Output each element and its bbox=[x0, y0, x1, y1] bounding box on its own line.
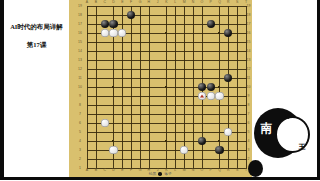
coord-letter-top-Q: Q bbox=[215, 0, 224, 4]
logo-right-character: 王 bbox=[299, 142, 306, 152]
coord-number-left-17: 17 bbox=[76, 22, 84, 26]
board-cells bbox=[83, 2, 251, 173]
coord-letter-bottom-R: R bbox=[224, 168, 233, 172]
go-board[interactable]: 轮黑 落子 AABBCCDDEEFFGGHHJJKKLLMMNNOOPPQQRR… bbox=[69, 0, 252, 177]
coord-letter-top-D: D bbox=[109, 0, 118, 4]
channel-logo: 南 王 bbox=[252, 0, 318, 177]
coord-letter-top-M: M bbox=[180, 0, 189, 4]
coord-number-left-14: 14 bbox=[76, 49, 84, 53]
stone-white-C6[interactable] bbox=[101, 119, 109, 127]
last-move-marker bbox=[200, 95, 204, 98]
coord-letter-bottom-F: F bbox=[127, 168, 136, 172]
coord-letter-top-F: F bbox=[127, 0, 136, 4]
coord-number-left-5: 5 bbox=[76, 130, 84, 134]
stone-white-Q9[interactable] bbox=[215, 92, 223, 100]
stone-white-O9[interactable] bbox=[198, 92, 206, 100]
coord-number-left-16: 16 bbox=[76, 31, 84, 35]
coord-number-left-3: 3 bbox=[76, 148, 84, 152]
coord-letter-top-J: J bbox=[153, 0, 162, 4]
coord-number-left-10: 10 bbox=[76, 85, 84, 89]
coord-letter-bottom-J: J bbox=[153, 168, 162, 172]
star-point-D4 bbox=[112, 140, 114, 142]
coord-letter-bottom-B: B bbox=[91, 168, 100, 172]
coord-number-left-9: 9 bbox=[76, 94, 84, 98]
logo-small-stone bbox=[248, 160, 263, 177]
coord-number-left-19: 19 bbox=[76, 4, 84, 8]
bottom-letterbox-bar bbox=[0, 177, 320, 181]
coord-number-left-4: 4 bbox=[76, 139, 84, 143]
coord-letter-top-B: B bbox=[91, 0, 100, 4]
stone-white-D16[interactable] bbox=[109, 29, 117, 37]
lesson-title: AI时代的布局详解 bbox=[4, 23, 69, 32]
coord-number-left-7: 7 bbox=[76, 112, 84, 116]
star-point-K10 bbox=[165, 86, 167, 88]
coord-letter-top-O: O bbox=[197, 0, 206, 4]
stone-black-F18[interactable] bbox=[127, 11, 135, 19]
stone-white-R5[interactable] bbox=[224, 128, 232, 136]
coord-letter-bottom-Q: Q bbox=[215, 168, 224, 172]
coord-letter-bottom-K: K bbox=[162, 168, 171, 172]
coord-letter-bottom-L: L bbox=[171, 168, 180, 172]
black-to-play-icon bbox=[158, 172, 162, 176]
coord-letter-top-S: S bbox=[233, 0, 242, 4]
coord-letter-bottom-D: D bbox=[109, 168, 118, 172]
coord-letter-top-L: L bbox=[171, 0, 180, 4]
coord-number-left-8: 8 bbox=[76, 103, 84, 107]
stone-black-P10[interactable] bbox=[207, 83, 215, 91]
stone-black-Q3[interactable] bbox=[215, 146, 223, 154]
coord-number-left-15: 15 bbox=[76, 40, 84, 44]
coord-number-left-18: 18 bbox=[76, 13, 84, 17]
coord-letter-bottom-S: S bbox=[233, 168, 242, 172]
coord-letter-top-E: E bbox=[118, 0, 127, 4]
star-point-Q4 bbox=[218, 140, 220, 142]
coord-letter-bottom-O: O bbox=[197, 168, 206, 172]
stone-white-P9[interactable] bbox=[207, 92, 215, 100]
stone-black-D17[interactable] bbox=[109, 20, 117, 28]
lesson-number: 第17课 bbox=[4, 41, 69, 50]
coord-letter-top-C: C bbox=[100, 0, 109, 4]
stone-white-C16[interactable] bbox=[101, 29, 109, 37]
stone-white-M3[interactable] bbox=[180, 146, 188, 154]
turn-caption-right: 落子 bbox=[164, 171, 172, 176]
coord-number-left-11: 11 bbox=[76, 76, 84, 80]
turn-caption-left: 轮黑 bbox=[148, 171, 156, 176]
stone-black-R11[interactable] bbox=[224, 74, 232, 82]
coord-number-left-12: 12 bbox=[76, 67, 84, 71]
coord-letter-bottom-E: E bbox=[118, 168, 127, 172]
coord-letter-bottom-C: C bbox=[100, 168, 109, 172]
coord-number-left-6: 6 bbox=[76, 121, 84, 125]
coord-letter-top-R: R bbox=[224, 0, 233, 4]
stone-black-O10[interactable] bbox=[198, 83, 206, 91]
lesson-panel: AI时代的布局详解 第17课 bbox=[4, 0, 69, 176]
coord-letter-top-G: G bbox=[136, 0, 145, 4]
coord-letter-top-H: H bbox=[144, 0, 153, 4]
coord-letter-bottom-N: N bbox=[189, 168, 198, 172]
star-point-K16 bbox=[165, 32, 167, 34]
stone-black-P17[interactable] bbox=[207, 20, 215, 28]
stone-black-C17[interactable] bbox=[101, 20, 109, 28]
stone-black-R16[interactable] bbox=[224, 29, 232, 37]
logo-left-character: 南 bbox=[259, 120, 275, 137]
coord-letter-bottom-G: G bbox=[136, 168, 145, 172]
coord-letter-top-N: N bbox=[189, 0, 198, 4]
video-frame: AI时代的布局详解 第17课 轮黑 落子 AABBCCDDEEFFGGHHJJK… bbox=[0, 0, 320, 180]
coord-number-left-13: 13 bbox=[76, 58, 84, 62]
coord-letter-top-P: P bbox=[206, 0, 215, 4]
coord-letter-bottom-P: P bbox=[206, 168, 215, 172]
coord-number-left-2: 2 bbox=[76, 157, 84, 161]
star-point-Q10 bbox=[218, 86, 220, 88]
stone-white-D3[interactable] bbox=[109, 146, 117, 154]
coord-letter-bottom-H: H bbox=[144, 168, 153, 172]
star-point-Q16 bbox=[218, 32, 220, 34]
coord-letter-top-K: K bbox=[162, 0, 171, 4]
star-point-D10 bbox=[112, 86, 114, 88]
coord-number-left-1: 1 bbox=[76, 166, 84, 170]
coord-letter-bottom-M: M bbox=[180, 168, 189, 172]
stone-black-O4[interactable] bbox=[198, 137, 206, 145]
stone-white-E16[interactable] bbox=[118, 29, 126, 37]
star-point-K4 bbox=[165, 140, 167, 142]
